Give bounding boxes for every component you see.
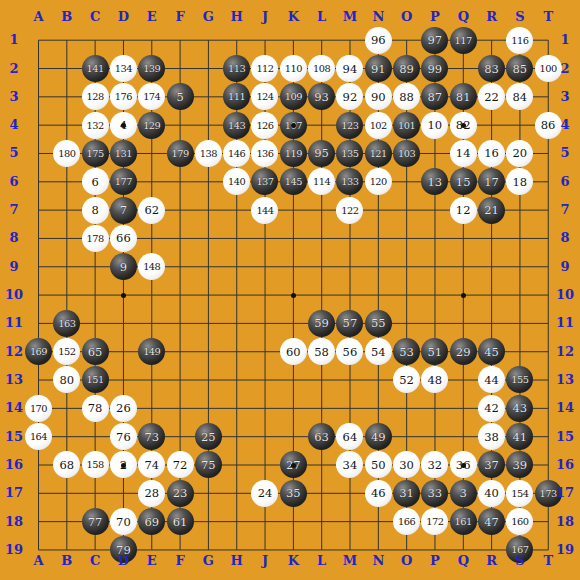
intersection-R9[interactable]: [477, 253, 505, 281]
intersection-S7[interactable]: [506, 196, 534, 224]
intersection-M6[interactable]: 133: [336, 168, 364, 196]
intersection-K15[interactable]: [279, 422, 307, 450]
intersection-C2[interactable]: 141: [81, 54, 109, 82]
intersection-S1[interactable]: 116: [506, 26, 534, 54]
intersection-H5[interactable]: 146: [223, 139, 251, 167]
intersection-C11[interactable]: [81, 309, 109, 337]
intersection-H8[interactable]: [223, 224, 251, 252]
intersection-G11[interactable]: [194, 309, 222, 337]
intersection-J3[interactable]: 124: [251, 83, 279, 111]
intersection-A5[interactable]: [24, 139, 52, 167]
intersection-J8[interactable]: [251, 224, 279, 252]
intersection-A17[interactable]: [24, 479, 52, 507]
intersection-L9[interactable]: [307, 253, 335, 281]
intersection-M10[interactable]: [336, 281, 364, 309]
intersection-N12[interactable]: 54: [364, 337, 392, 365]
intersection-B17[interactable]: [53, 479, 81, 507]
intersection-Q13[interactable]: [449, 366, 477, 394]
intersection-D7[interactable]: 7: [109, 196, 137, 224]
intersection-K6[interactable]: 145: [279, 168, 307, 196]
intersection-A2[interactable]: [24, 54, 52, 82]
intersection-C12[interactable]: 65: [81, 337, 109, 365]
intersection-J15[interactable]: [251, 422, 279, 450]
intersection-Q14[interactable]: [449, 394, 477, 422]
intersection-N5[interactable]: 121: [364, 139, 392, 167]
intersection-P9[interactable]: [421, 253, 449, 281]
intersection-O12[interactable]: 53: [392, 337, 420, 365]
intersection-H12[interactable]: [223, 337, 251, 365]
intersection-J5[interactable]: 136: [251, 139, 279, 167]
intersection-L15[interactable]: 63: [307, 422, 335, 450]
intersection-J18[interactable]: [251, 507, 279, 535]
intersection-J10[interactable]: [251, 281, 279, 309]
intersection-S8[interactable]: [506, 224, 534, 252]
intersection-L10[interactable]: [307, 281, 335, 309]
intersection-S15[interactable]: 41: [506, 422, 534, 450]
intersection-G13[interactable]: [194, 366, 222, 394]
intersection-A8[interactable]: [24, 224, 52, 252]
intersection-B12[interactable]: 152: [53, 337, 81, 365]
intersection-M12[interactable]: 56: [336, 337, 364, 365]
intersection-S6[interactable]: 18: [506, 168, 534, 196]
intersection-N10[interactable]: [364, 281, 392, 309]
intersection-C16[interactable]: 158: [81, 451, 109, 479]
intersection-K14[interactable]: [279, 394, 307, 422]
intersection-J16[interactable]: [251, 451, 279, 479]
intersection-C5[interactable]: 175: [81, 139, 109, 167]
intersection-S2[interactable]: 85: [506, 54, 534, 82]
intersection-N18[interactable]: [364, 507, 392, 535]
intersection-P12[interactable]: 51: [421, 337, 449, 365]
intersection-F13[interactable]: [166, 366, 194, 394]
intersection-C4[interactable]: 132: [81, 111, 109, 139]
intersection-Q15[interactable]: [449, 422, 477, 450]
intersection-M7[interactable]: 122: [336, 196, 364, 224]
intersection-M5[interactable]: 135: [336, 139, 364, 167]
intersection-O17[interactable]: 31: [392, 479, 420, 507]
intersection-R5[interactable]: 16: [477, 139, 505, 167]
intersection-F17[interactable]: 23: [166, 479, 194, 507]
intersection-M1[interactable]: [336, 26, 364, 54]
intersection-R8[interactable]: [477, 224, 505, 252]
intersection-D13[interactable]: [109, 366, 137, 394]
intersection-O5[interactable]: 103: [392, 139, 420, 167]
intersection-H10[interactable]: [223, 281, 251, 309]
intersection-B16[interactable]: 68: [53, 451, 81, 479]
intersection-D17[interactable]: [109, 479, 137, 507]
intersection-A12[interactable]: 169: [24, 337, 52, 365]
intersection-P7[interactable]: [421, 196, 449, 224]
intersection-N1[interactable]: 96: [364, 26, 392, 54]
intersection-P8[interactable]: [421, 224, 449, 252]
intersection-E11[interactable]: [138, 309, 166, 337]
intersection-G18[interactable]: [194, 507, 222, 535]
intersection-S11[interactable]: [506, 309, 534, 337]
intersection-J4[interactable]: 126: [251, 111, 279, 139]
intersection-Q9[interactable]: [449, 253, 477, 281]
intersection-M3[interactable]: 92: [336, 83, 364, 111]
intersection-A14[interactable]: 170: [24, 394, 52, 422]
intersection-F15[interactable]: [166, 422, 194, 450]
intersection-H11[interactable]: [223, 309, 251, 337]
intersection-L12[interactable]: 58: [307, 337, 335, 365]
intersection-F11[interactable]: [166, 309, 194, 337]
intersection-O16[interactable]: 30: [392, 451, 420, 479]
intersection-P10[interactable]: [421, 281, 449, 309]
intersection-R1[interactable]: [477, 26, 505, 54]
intersection-L13[interactable]: [307, 366, 335, 394]
intersection-E8[interactable]: [138, 224, 166, 252]
intersection-S4[interactable]: [506, 111, 534, 139]
intersection-H7[interactable]: [223, 196, 251, 224]
intersection-S12[interactable]: [506, 337, 534, 365]
intersection-R10[interactable]: [477, 281, 505, 309]
intersection-O14[interactable]: [392, 394, 420, 422]
intersection-N13[interactable]: [364, 366, 392, 394]
intersection-P17[interactable]: 33: [421, 479, 449, 507]
intersection-A10[interactable]: [24, 281, 52, 309]
intersection-D18[interactable]: 70: [109, 507, 137, 535]
intersection-L3[interactable]: 93: [307, 83, 335, 111]
intersection-J9[interactable]: [251, 253, 279, 281]
intersection-O7[interactable]: [392, 196, 420, 224]
intersection-G8[interactable]: [194, 224, 222, 252]
intersection-E6[interactable]: [138, 168, 166, 196]
intersection-A7[interactable]: [24, 196, 52, 224]
intersection-B4[interactable]: [53, 111, 81, 139]
intersection-K3[interactable]: 109: [279, 83, 307, 111]
intersection-N7[interactable]: [364, 196, 392, 224]
intersection-J11[interactable]: [251, 309, 279, 337]
intersection-D11[interactable]: [109, 309, 137, 337]
intersection-F14[interactable]: [166, 394, 194, 422]
intersection-Q6[interactable]: 15: [449, 168, 477, 196]
intersection-N4[interactable]: 102: [364, 111, 392, 139]
intersection-H17[interactable]: [223, 479, 251, 507]
intersection-A9[interactable]: [24, 253, 52, 281]
intersection-G5[interactable]: 138: [194, 139, 222, 167]
intersection-S14[interactable]: 43: [506, 394, 534, 422]
intersection-O4[interactable]: 101: [392, 111, 420, 139]
intersection-R7[interactable]: 21: [477, 196, 505, 224]
intersection-C14[interactable]: 78: [81, 394, 109, 422]
intersection-R12[interactable]: 45: [477, 337, 505, 365]
intersection-B5[interactable]: 180: [53, 139, 81, 167]
intersection-O11[interactable]: [392, 309, 420, 337]
intersection-C15[interactable]: [81, 422, 109, 450]
intersection-Q7[interactable]: 12: [449, 196, 477, 224]
intersection-B9[interactable]: [53, 253, 81, 281]
intersection-L8[interactable]: [307, 224, 335, 252]
intersection-J1[interactable]: [251, 26, 279, 54]
intersection-M14[interactable]: [336, 394, 364, 422]
intersection-Q11[interactable]: [449, 309, 477, 337]
intersection-L14[interactable]: [307, 394, 335, 422]
intersection-K17[interactable]: 35: [279, 479, 307, 507]
intersection-M4[interactable]: 123: [336, 111, 364, 139]
intersection-O15[interactable]: [392, 422, 420, 450]
intersection-E5[interactable]: [138, 139, 166, 167]
intersection-F8[interactable]: [166, 224, 194, 252]
intersection-A15[interactable]: 164: [24, 422, 52, 450]
intersection-O1[interactable]: [392, 26, 420, 54]
intersection-Q8[interactable]: [449, 224, 477, 252]
intersection-H1[interactable]: [223, 26, 251, 54]
intersection-F7[interactable]: [166, 196, 194, 224]
intersection-J7[interactable]: 144: [251, 196, 279, 224]
intersection-N17[interactable]: 46: [364, 479, 392, 507]
intersection-M2[interactable]: 94: [336, 54, 364, 82]
intersection-L11[interactable]: 59: [307, 309, 335, 337]
intersection-L2[interactable]: 108: [307, 54, 335, 82]
intersection-E16[interactable]: 74: [138, 451, 166, 479]
intersection-E12[interactable]: 149: [138, 337, 166, 365]
intersection-F6[interactable]: [166, 168, 194, 196]
intersection-J2[interactable]: 112: [251, 54, 279, 82]
intersection-E15[interactable]: 73: [138, 422, 166, 450]
intersection-R6[interactable]: 17: [477, 168, 505, 196]
intersection-M15[interactable]: 64: [336, 422, 364, 450]
intersection-M16[interactable]: 34: [336, 451, 364, 479]
intersection-P6[interactable]: 13: [421, 168, 449, 196]
intersection-E17[interactable]: 28: [138, 479, 166, 507]
intersection-G10[interactable]: [194, 281, 222, 309]
intersection-R3[interactable]: 22: [477, 83, 505, 111]
intersection-Q12[interactable]: 29: [449, 337, 477, 365]
intersection-D14[interactable]: 26: [109, 394, 137, 422]
intersection-C9[interactable]: [81, 253, 109, 281]
intersection-C13[interactable]: 151: [81, 366, 109, 394]
intersection-E7[interactable]: 62: [138, 196, 166, 224]
intersection-O18[interactable]: 166: [392, 507, 420, 535]
intersection-P18[interactable]: 172: [421, 507, 449, 535]
intersection-G16[interactable]: 75: [194, 451, 222, 479]
intersection-C1[interactable]: [81, 26, 109, 54]
intersection-K11[interactable]: [279, 309, 307, 337]
intersection-F18[interactable]: 61: [166, 507, 194, 535]
intersection-G9[interactable]: [194, 253, 222, 281]
intersection-G15[interactable]: 25: [194, 422, 222, 450]
intersection-E14[interactable]: [138, 394, 166, 422]
intersection-C17[interactable]: [81, 479, 109, 507]
intersection-J17[interactable]: 24: [251, 479, 279, 507]
intersection-A18[interactable]: [24, 507, 52, 535]
intersection-O8[interactable]: [392, 224, 420, 252]
intersection-C6[interactable]: 6: [81, 168, 109, 196]
intersection-Q18[interactable]: 161: [449, 507, 477, 535]
intersection-B11[interactable]: 163: [53, 309, 81, 337]
intersection-E13[interactable]: [138, 366, 166, 394]
intersection-J13[interactable]: [251, 366, 279, 394]
intersection-B10[interactable]: [53, 281, 81, 309]
intersection-O6[interactable]: [392, 168, 420, 196]
intersection-F4[interactable]: [166, 111, 194, 139]
intersection-E9[interactable]: 148: [138, 253, 166, 281]
intersection-S13[interactable]: 155: [506, 366, 534, 394]
intersection-G4[interactable]: [194, 111, 222, 139]
intersection-O3[interactable]: 88: [392, 83, 420, 111]
intersection-N14[interactable]: [364, 394, 392, 422]
intersection-N3[interactable]: 90: [364, 83, 392, 111]
intersection-M13[interactable]: [336, 366, 364, 394]
intersection-Q3[interactable]: 81: [449, 83, 477, 111]
intersection-E4[interactable]: 129: [138, 111, 166, 139]
intersection-M8[interactable]: [336, 224, 364, 252]
intersection-F9[interactable]: [166, 253, 194, 281]
intersection-F16[interactable]: 72: [166, 451, 194, 479]
intersection-R14[interactable]: 42: [477, 394, 505, 422]
intersection-E1[interactable]: [138, 26, 166, 54]
intersection-D8[interactable]: 66: [109, 224, 137, 252]
intersection-L6[interactable]: 114: [307, 168, 335, 196]
intersection-C3[interactable]: 128: [81, 83, 109, 111]
intersection-R11[interactable]: [477, 309, 505, 337]
intersection-H13[interactable]: [223, 366, 251, 394]
intersection-B13[interactable]: 80: [53, 366, 81, 394]
intersection-H18[interactable]: [223, 507, 251, 535]
intersection-Q17[interactable]: 3: [449, 479, 477, 507]
intersection-N16[interactable]: 50: [364, 451, 392, 479]
intersection-Q2[interactable]: [449, 54, 477, 82]
intersection-O13[interactable]: 52: [392, 366, 420, 394]
intersection-C10[interactable]: [81, 281, 109, 309]
intersection-Q1[interactable]: 117: [449, 26, 477, 54]
intersection-G2[interactable]: [194, 54, 222, 82]
intersection-R2[interactable]: 83: [477, 54, 505, 82]
intersection-N6[interactable]: 120: [364, 168, 392, 196]
intersection-H15[interactable]: [223, 422, 251, 450]
intersection-R18[interactable]: 47: [477, 507, 505, 535]
intersection-B18[interactable]: [53, 507, 81, 535]
intersection-F10[interactable]: [166, 281, 194, 309]
intersection-K12[interactable]: 60: [279, 337, 307, 365]
intersection-B8[interactable]: [53, 224, 81, 252]
intersection-L4[interactable]: [307, 111, 335, 139]
intersection-P11[interactable]: [421, 309, 449, 337]
intersection-A4[interactable]: [24, 111, 52, 139]
intersection-G1[interactable]: [194, 26, 222, 54]
intersection-S10[interactable]: [506, 281, 534, 309]
intersection-S9[interactable]: [506, 253, 534, 281]
intersection-E3[interactable]: 174: [138, 83, 166, 111]
intersection-G6[interactable]: [194, 168, 222, 196]
intersection-B7[interactable]: [53, 196, 81, 224]
intersection-K18[interactable]: [279, 507, 307, 535]
intersection-A13[interactable]: [24, 366, 52, 394]
intersection-D15[interactable]: 76: [109, 422, 137, 450]
intersection-B1[interactable]: [53, 26, 81, 54]
intersection-B14[interactable]: [53, 394, 81, 422]
intersection-E2[interactable]: 139: [138, 54, 166, 82]
intersection-N11[interactable]: 55: [364, 309, 392, 337]
intersection-H3[interactable]: 111: [223, 83, 251, 111]
intersection-D6[interactable]: 177: [109, 168, 137, 196]
intersection-K13[interactable]: [279, 366, 307, 394]
intersection-D5[interactable]: 131: [109, 139, 137, 167]
intersection-R13[interactable]: 44: [477, 366, 505, 394]
intersection-K9[interactable]: [279, 253, 307, 281]
intersection-F12[interactable]: [166, 337, 194, 365]
intersection-S5[interactable]: 20: [506, 139, 534, 167]
intersection-O2[interactable]: 89: [392, 54, 420, 82]
intersection-D9[interactable]: 9: [109, 253, 137, 281]
intersection-K8[interactable]: [279, 224, 307, 252]
intersection-E10[interactable]: [138, 281, 166, 309]
intersection-L16[interactable]: [307, 451, 335, 479]
intersection-P14[interactable]: [421, 394, 449, 422]
intersection-D1[interactable]: [109, 26, 137, 54]
intersection-K1[interactable]: [279, 26, 307, 54]
intersection-P2[interactable]: 99: [421, 54, 449, 82]
intersection-G17[interactable]: [194, 479, 222, 507]
intersection-P13[interactable]: 48: [421, 366, 449, 394]
intersection-P3[interactable]: 87: [421, 83, 449, 111]
intersection-G12[interactable]: [194, 337, 222, 365]
intersection-R16[interactable]: 37: [477, 451, 505, 479]
intersection-P15[interactable]: [421, 422, 449, 450]
intersection-C7[interactable]: 8: [81, 196, 109, 224]
intersection-F2[interactable]: [166, 54, 194, 82]
intersection-B15[interactable]: [53, 422, 81, 450]
intersection-D3[interactable]: 176: [109, 83, 137, 111]
intersection-H4[interactable]: 143: [223, 111, 251, 139]
intersection-P1[interactable]: 97: [421, 26, 449, 54]
intersection-P5[interactable]: [421, 139, 449, 167]
intersection-H14[interactable]: [223, 394, 251, 422]
intersection-K5[interactable]: 119: [279, 139, 307, 167]
intersection-P4[interactable]: 10: [421, 111, 449, 139]
intersection-F1[interactable]: [166, 26, 194, 54]
intersection-D2[interactable]: 134: [109, 54, 137, 82]
intersection-J6[interactable]: 137: [251, 168, 279, 196]
intersection-N2[interactable]: 91: [364, 54, 392, 82]
intersection-S3[interactable]: 84: [506, 83, 534, 111]
intersection-M11[interactable]: 57: [336, 309, 364, 337]
intersection-A3[interactable]: [24, 83, 52, 111]
intersection-L7[interactable]: [307, 196, 335, 224]
intersection-M9[interactable]: [336, 253, 364, 281]
intersection-H2[interactable]: 113: [223, 54, 251, 82]
intersection-G14[interactable]: [194, 394, 222, 422]
intersection-A11[interactable]: [24, 309, 52, 337]
intersection-E18[interactable]: 69: [138, 507, 166, 535]
intersection-A16[interactable]: [24, 451, 52, 479]
intersection-O10[interactable]: [392, 281, 420, 309]
intersection-Q5[interactable]: 14: [449, 139, 477, 167]
intersection-D12[interactable]: [109, 337, 137, 365]
intersection-O9[interactable]: [392, 253, 420, 281]
intersection-J14[interactable]: [251, 394, 279, 422]
intersection-L1[interactable]: [307, 26, 335, 54]
intersection-S16[interactable]: 39: [506, 451, 534, 479]
intersection-L17[interactable]: [307, 479, 335, 507]
intersection-J12[interactable]: [251, 337, 279, 365]
intersection-H9[interactable]: [223, 253, 251, 281]
intersection-K7[interactable]: [279, 196, 307, 224]
intersection-L5[interactable]: 95: [307, 139, 335, 167]
intersection-R4[interactable]: [477, 111, 505, 139]
intersection-B6[interactable]: [53, 168, 81, 196]
intersection-B2[interactable]: [53, 54, 81, 82]
intersection-C8[interactable]: 178: [81, 224, 109, 252]
intersection-B3[interactable]: [53, 83, 81, 111]
intersection-N9[interactable]: [364, 253, 392, 281]
intersection-G3[interactable]: [194, 83, 222, 111]
intersection-A1[interactable]: [24, 26, 52, 54]
intersection-R15[interactable]: 38: [477, 422, 505, 450]
intersection-F5[interactable]: 179: [166, 139, 194, 167]
intersection-N15[interactable]: 49: [364, 422, 392, 450]
